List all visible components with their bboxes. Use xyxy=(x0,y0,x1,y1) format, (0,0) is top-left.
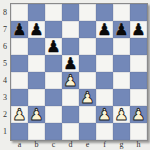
square-h4[interactable] xyxy=(130,72,147,89)
chess-diagram: 87654321 ♟♟♟♟♟♟♟♟♟♟♟♟♟♟ abcdefgh xyxy=(0,0,150,150)
square-b8[interactable] xyxy=(28,4,45,21)
square-f6[interactable] xyxy=(96,38,113,55)
rank-label-8: 8 xyxy=(0,4,10,21)
file-label-f: f xyxy=(96,140,113,150)
square-f1[interactable] xyxy=(96,123,113,140)
square-f7[interactable]: ♟ xyxy=(96,21,113,38)
file-label-a: a xyxy=(11,140,28,150)
black-pawn-c6[interactable]: ♟ xyxy=(46,38,60,55)
square-h8[interactable] xyxy=(130,4,147,21)
square-d7[interactable] xyxy=(62,21,79,38)
square-h5[interactable] xyxy=(130,55,147,72)
square-f2[interactable]: ♟ xyxy=(96,106,113,123)
white-pawn-h2[interactable]: ♟ xyxy=(131,106,145,123)
square-e8[interactable] xyxy=(79,4,96,21)
square-f8[interactable] xyxy=(96,4,113,21)
rank-label-7: 7 xyxy=(0,21,10,38)
square-b6[interactable] xyxy=(28,38,45,55)
square-h6[interactable] xyxy=(130,38,147,55)
square-e3[interactable]: ♟ xyxy=(79,89,96,106)
square-f4[interactable] xyxy=(96,72,113,89)
white-pawn-d4[interactable]: ♟ xyxy=(63,72,77,89)
square-h2[interactable]: ♟ xyxy=(130,106,147,123)
square-e4[interactable] xyxy=(79,72,96,89)
square-b4[interactable] xyxy=(28,72,45,89)
square-h3[interactable] xyxy=(130,89,147,106)
square-d6[interactable] xyxy=(62,38,79,55)
square-c8[interactable] xyxy=(45,4,62,21)
black-pawn-h7[interactable]: ♟ xyxy=(131,21,145,38)
square-g1[interactable] xyxy=(113,123,130,140)
square-g7[interactable]: ♟ xyxy=(113,21,130,38)
white-pawn-e3[interactable]: ♟ xyxy=(80,89,94,106)
square-c6[interactable]: ♟ xyxy=(45,38,62,55)
square-g4[interactable] xyxy=(113,72,130,89)
square-d2[interactable] xyxy=(62,106,79,123)
square-g2[interactable]: ♟ xyxy=(113,106,130,123)
square-f5[interactable] xyxy=(96,55,113,72)
file-label-c: c xyxy=(45,140,62,150)
white-pawn-f2[interactable]: ♟ xyxy=(97,106,111,123)
rank-label-4: 4 xyxy=(0,72,10,89)
square-c4[interactable] xyxy=(45,72,62,89)
square-c3[interactable] xyxy=(45,89,62,106)
square-d5[interactable]: ♟ xyxy=(62,55,79,72)
square-c2[interactable] xyxy=(45,106,62,123)
square-b5[interactable] xyxy=(28,55,45,72)
square-c5[interactable] xyxy=(45,55,62,72)
square-g3[interactable] xyxy=(113,89,130,106)
square-a2[interactable]: ♟ xyxy=(11,106,28,123)
file-label-b: b xyxy=(28,140,45,150)
board: ♟♟♟♟♟♟♟♟♟♟♟♟♟♟ xyxy=(10,3,148,141)
white-pawn-g2[interactable]: ♟ xyxy=(114,106,128,123)
square-b2[interactable]: ♟ xyxy=(28,106,45,123)
square-c7[interactable] xyxy=(45,21,62,38)
square-h7[interactable]: ♟ xyxy=(130,21,147,38)
square-e7[interactable] xyxy=(79,21,96,38)
square-a5[interactable] xyxy=(11,55,28,72)
square-g5[interactable] xyxy=(113,55,130,72)
square-b1[interactable] xyxy=(28,123,45,140)
square-a1[interactable] xyxy=(11,123,28,140)
square-h1[interactable] xyxy=(130,123,147,140)
square-a7[interactable]: ♟ xyxy=(11,21,28,38)
file-labels: abcdefgh xyxy=(11,140,147,150)
square-e6[interactable] xyxy=(79,38,96,55)
file-label-g: g xyxy=(113,140,130,150)
square-e1[interactable] xyxy=(79,123,96,140)
square-a4[interactable] xyxy=(11,72,28,89)
square-a6[interactable] xyxy=(11,38,28,55)
rank-label-6: 6 xyxy=(0,38,10,55)
rank-label-3: 3 xyxy=(0,89,10,106)
square-a3[interactable] xyxy=(11,89,28,106)
black-pawn-f7[interactable]: ♟ xyxy=(97,21,111,38)
black-pawn-g7[interactable]: ♟ xyxy=(114,21,128,38)
white-pawn-b2[interactable]: ♟ xyxy=(29,106,43,123)
square-f3[interactable] xyxy=(96,89,113,106)
file-label-e: e xyxy=(79,140,96,150)
white-pawn-a2[interactable]: ♟ xyxy=(12,106,26,123)
square-b7[interactable]: ♟ xyxy=(28,21,45,38)
black-pawn-b7[interactable]: ♟ xyxy=(29,21,43,38)
rank-labels: 87654321 xyxy=(0,4,10,140)
square-d3[interactable] xyxy=(62,89,79,106)
file-label-d: d xyxy=(62,140,79,150)
rank-label-1: 1 xyxy=(0,123,10,140)
square-c1[interactable] xyxy=(45,123,62,140)
square-d1[interactable] xyxy=(62,123,79,140)
square-g6[interactable] xyxy=(113,38,130,55)
square-g8[interactable] xyxy=(113,4,130,21)
square-d4[interactable]: ♟ xyxy=(62,72,79,89)
rank-label-5: 5 xyxy=(0,55,10,72)
square-a8[interactable] xyxy=(11,4,28,21)
rank-label-2: 2 xyxy=(0,106,10,123)
square-e5[interactable] xyxy=(79,55,96,72)
square-b3[interactable] xyxy=(28,89,45,106)
black-pawn-d5[interactable]: ♟ xyxy=(63,55,77,72)
black-pawn-a7[interactable]: ♟ xyxy=(12,21,26,38)
square-e2[interactable] xyxy=(79,106,96,123)
square-d8[interactable] xyxy=(62,4,79,21)
file-label-h: h xyxy=(130,140,147,150)
